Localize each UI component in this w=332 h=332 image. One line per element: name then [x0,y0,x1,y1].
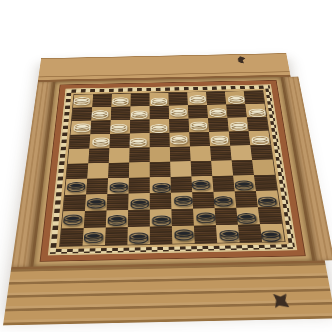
square-4-5[interactable] [150,133,170,148]
square-5-10[interactable] [250,145,272,160]
white-piece[interactable]: ⛂ [109,119,128,135]
square-10-3[interactable] [105,227,128,245]
square-2-4[interactable]: ⛂ [130,106,149,120]
square-5-8[interactable] [210,146,232,161]
box-frame: ⛂⛂⛂⛂⛂⛂⛂⛂⛂⛂⛂⛂⛂⛂⛂⛂⛂⛂⛂⛂⛂⛂⛂⛂⛂⛂⛂⛂⛂⛂⛂⛂⛂⛂⛂⛂⛂⛂⛂⛂ [11,77,324,267]
square-5-7[interactable] [190,146,211,161]
square-4-2[interactable]: ⛂ [89,134,110,149]
black-piece[interactable]: ⛂ [65,177,86,195]
checkered-inlay-border: ⛂⛂⛂⛂⛂⛂⛂⛂⛂⛂⛂⛂⛂⛂⛂⛂⛂⛂⛂⛂⛂⛂⛂⛂⛂⛂⛂⛂⛂⛂⛂⛂⛂⛂⛂⛂⛂⛂⛂⛂ [50,85,295,253]
square-4-3[interactable] [109,133,129,148]
square-3-7[interactable]: ⛂ [189,118,209,132]
black-piece[interactable]: ⛂ [259,224,283,244]
wood-knot-mark-bottom-right [272,292,291,309]
square-7-1[interactable]: ⛂ [65,179,87,195]
white-piece[interactable]: ⛂ [208,104,227,119]
sienna-inlay-band: ⛂⛂⛂⛂⛂⛂⛂⛂⛂⛂⛂⛂⛂⛂⛂⛂⛂⛂⛂⛂⛂⛂⛂⛂⛂⛂⛂⛂⛂⛂⛂⛂⛂⛂⛂⛂⛂⛂⛂⛂ [40,80,306,262]
black-piece[interactable]: ⛂ [173,190,194,209]
square-10-7[interactable] [194,225,217,243]
black-piece[interactable]: ⛂ [106,209,127,229]
white-piece[interactable]: ⛂ [209,131,229,147]
square-2-2[interactable]: ⛂ [91,107,111,121]
square-2-6[interactable]: ⛂ [169,105,189,119]
square-3-9[interactable]: ⛂ [227,117,248,131]
black-piece[interactable]: ⛂ [173,223,195,243]
square-3-1[interactable]: ⛂ [71,121,92,135]
square-7-3[interactable]: ⛂ [107,178,129,194]
square-2-10[interactable]: ⛂ [245,104,266,118]
square-9-5[interactable]: ⛂ [150,209,172,226]
square-9-9[interactable]: ⛂ [236,207,260,224]
square-1-1[interactable]: ⛂ [73,94,93,107]
square-8-4[interactable]: ⛂ [128,193,150,210]
square-7-5[interactable]: ⛂ [150,177,171,193]
square-4-10[interactable]: ⛂ [249,131,271,146]
square-4-8[interactable]: ⛂ [209,131,230,146]
square-5-4[interactable] [129,147,149,162]
square-1-9[interactable]: ⛂ [225,91,245,104]
square-6-8[interactable] [211,160,233,176]
square-8-6[interactable]: ⛂ [171,192,193,209]
square-10-5[interactable] [150,226,172,244]
square-5-3[interactable] [109,148,130,163]
square-5-1[interactable] [68,149,90,164]
photo-scene: ⛂⛂⛂⛂⛂⛂⛂⛂⛂⛂⛂⛂⛂⛂⛂⛂⛂⛂⛂⛂⛂⛂⛂⛂⛂⛂⛂⛂⛂⛂⛂⛂⛂⛂⛂⛂⛂⛂⛂⛂ [0,0,332,332]
square-5-2[interactable] [88,148,109,163]
square-10-6[interactable]: ⛂ [172,226,195,244]
white-piece[interactable]: ⛂ [169,130,188,146]
black-piece[interactable]: ⛂ [195,207,217,227]
wooden-game-box: ⛂⛂⛂⛂⛂⛂⛂⛂⛂⛂⛂⛂⛂⛂⛂⛂⛂⛂⛂⛂⛂⛂⛂⛂⛂⛂⛂⛂⛂⛂⛂⛂⛂⛂⛂⛂⛂⛂⛂⛂ [5,53,332,311]
square-9-3[interactable]: ⛂ [106,210,128,227]
square-5-5[interactable] [150,147,171,162]
square-10-2[interactable]: ⛂ [82,227,105,245]
square-10-8[interactable]: ⛂ [216,225,240,243]
square-6-4[interactable] [129,162,150,178]
square-10-10[interactable]: ⛂ [260,224,285,242]
square-6-10[interactable] [252,159,275,175]
square-4-7[interactable] [189,132,210,147]
square-8-8[interactable]: ⛂ [213,191,236,208]
square-10-1[interactable] [60,228,84,246]
white-piece[interactable]: ⛂ [189,117,208,133]
square-8-2[interactable]: ⛂ [85,194,107,211]
square-5-6[interactable] [170,146,191,161]
black-piece[interactable]: ⛂ [86,192,107,211]
black-piece[interactable]: ⛂ [128,226,149,246]
white-piece[interactable]: ⛂ [72,119,92,135]
square-4-6[interactable]: ⛂ [169,132,189,147]
square-7-9[interactable]: ⛂ [233,175,256,191]
square-10-4[interactable]: ⛂ [127,227,149,245]
black-piece[interactable]: ⛂ [191,175,212,193]
square-1-5[interactable]: ⛂ [150,93,169,106]
board-sheet: ⛂⛂⛂⛂⛂⛂⛂⛂⛂⛂⛂⛂⛂⛂⛂⛂⛂⛂⛂⛂⛂⛂⛂⛂⛂⛂⛂⛂⛂⛂⛂⛂⛂⛂⛂⛂⛂⛂⛂⛂ [33,77,312,267]
square-1-3[interactable]: ⛂ [111,94,130,107]
square-4-1[interactable] [69,134,90,149]
white-piece[interactable]: ⛂ [188,91,207,106]
white-piece[interactable]: ⛂ [90,106,109,121]
square-6-2[interactable] [87,163,109,179]
black-piece[interactable]: ⛂ [213,190,235,209]
square-1-7[interactable]: ⛂ [187,92,207,105]
square-8-10[interactable]: ⛂ [256,190,280,207]
white-piece[interactable]: ⛂ [169,104,188,119]
square-9-1[interactable]: ⛂ [62,211,85,229]
box-bottom-rail [3,260,332,325]
black-piece[interactable]: ⛂ [62,209,84,229]
white-piece[interactable]: ⛂ [111,93,129,108]
draughts-board: ⛂⛂⛂⛂⛂⛂⛂⛂⛂⛂⛂⛂⛂⛂⛂⛂⛂⛂⛂⛂⛂⛂⛂⛂⛂⛂⛂⛂⛂⛂⛂⛂⛂⛂⛂⛂⛂⛂⛂⛂ [59,90,286,247]
square-4-9[interactable] [229,131,251,146]
square-7-7[interactable]: ⛂ [191,176,213,192]
square-5-9[interactable] [230,145,252,160]
lid-seam-line [38,71,289,77]
white-piece[interactable]: ⛂ [72,93,91,108]
black-piece[interactable]: ⛂ [109,177,129,195]
square-4-4[interactable]: ⛂ [130,133,150,148]
black-piece[interactable]: ⛂ [82,226,104,246]
square-3-5[interactable]: ⛂ [150,119,170,133]
square-9-7[interactable]: ⛂ [193,208,216,225]
square-3-3[interactable]: ⛂ [110,120,130,134]
white-piece[interactable]: ⛂ [91,133,111,149]
wood-knot-mark-top-right [237,56,246,64]
square-6-6[interactable] [170,161,191,177]
square-2-8[interactable]: ⛂ [207,104,227,118]
